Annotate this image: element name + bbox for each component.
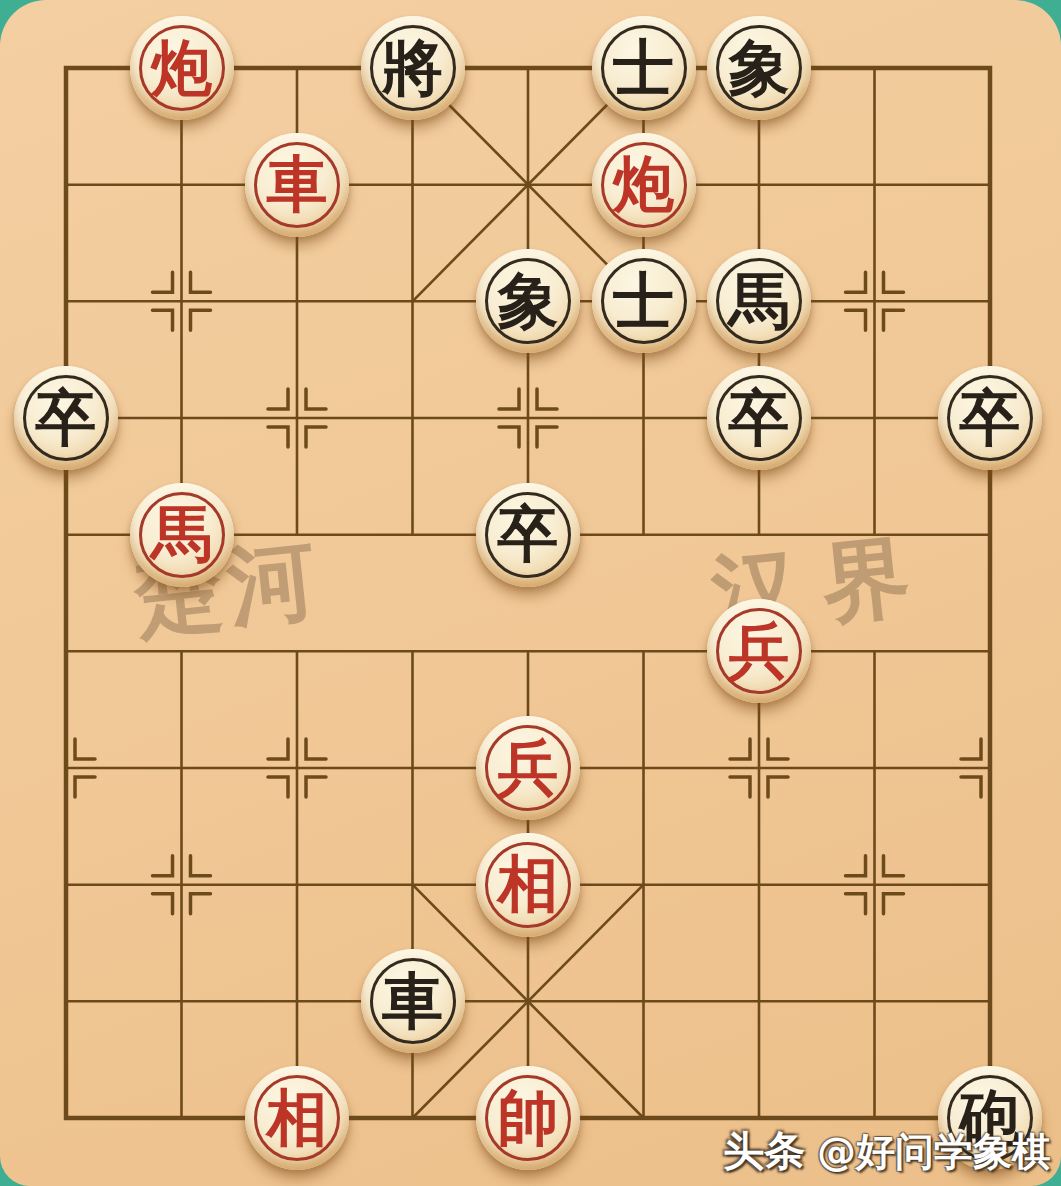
piece-glyph: 兵 <box>729 620 790 681</box>
piece-red-chariot[interactable]: 車 <box>245 133 349 237</box>
piece-black-advisor[interactable]: 士 <box>592 16 696 120</box>
piece-glyph: 相 <box>498 853 559 914</box>
piece-glyph: 馬 <box>151 503 212 564</box>
piece-glyph: 卒 <box>729 387 790 448</box>
watermark: 头条 @好问学象棋 <box>723 1124 1051 1179</box>
piece-black-advisor[interactable]: 士 <box>592 249 696 353</box>
piece-glyph: 士 <box>613 37 674 98</box>
piece-black-chariot[interactable]: 車 <box>361 949 465 1053</box>
piece-red-horse[interactable]: 馬 <box>130 483 234 587</box>
piece-glyph: 象 <box>729 37 790 98</box>
piece-glyph: 車 <box>267 153 328 214</box>
piece-glyph: 將 <box>382 37 443 98</box>
piece-black-horse[interactable]: 馬 <box>707 249 811 353</box>
piece-black-soldier[interactable]: 卒 <box>14 366 118 470</box>
piece-glyph: 象 <box>498 270 559 331</box>
piece-glyph: 卒 <box>960 387 1021 448</box>
piece-black-elephant[interactable]: 象 <box>476 249 580 353</box>
piece-black-soldier[interactable]: 卒 <box>938 366 1042 470</box>
piece-glyph: 相 <box>267 1087 328 1148</box>
piece-glyph: 炮 <box>613 153 674 214</box>
watermark-brand: 头条 <box>723 1124 805 1179</box>
piece-red-soldier[interactable]: 兵 <box>476 716 580 820</box>
piece-red-elephant[interactable]: 相 <box>476 833 580 937</box>
piece-glyph: 車 <box>382 970 443 1031</box>
piece-black-soldier[interactable]: 卒 <box>707 366 811 470</box>
piece-black-general[interactable]: 將 <box>361 16 465 120</box>
piece-glyph: 兵 <box>498 737 559 798</box>
piece-glyph: 帥 <box>498 1087 559 1148</box>
piece-red-cannon[interactable]: 炮 <box>592 133 696 237</box>
piece-glyph: 馬 <box>729 270 790 331</box>
piece-glyph: 士 <box>613 270 674 331</box>
piece-black-elephant[interactable]: 象 <box>707 16 811 120</box>
pieces-layer: 炮將士象車炮象士馬卒卒卒馬卒兵兵相車相帥砲 <box>0 0 1061 1186</box>
xiangqi-board: 楚河 汉界 炮將士象車炮象士馬卒卒卒馬卒兵兵相車相帥砲 <box>0 0 1061 1186</box>
piece-red-elephant[interactable]: 相 <box>245 1066 349 1170</box>
piece-glyph: 炮 <box>151 37 212 98</box>
xiangqi-app: 楚河 汉界 炮將士象車炮象士馬卒卒卒馬卒兵兵相車相帥砲 头条 @好问学象棋 <box>0 0 1061 1186</box>
watermark-handle: @好问学象棋 <box>817 1125 1051 1179</box>
piece-glyph: 卒 <box>498 503 559 564</box>
piece-black-soldier[interactable]: 卒 <box>476 483 580 587</box>
piece-glyph: 卒 <box>36 387 97 448</box>
piece-red-general[interactable]: 帥 <box>476 1066 580 1170</box>
piece-red-cannon[interactable]: 炮 <box>130 16 234 120</box>
piece-red-soldier[interactable]: 兵 <box>707 599 811 703</box>
